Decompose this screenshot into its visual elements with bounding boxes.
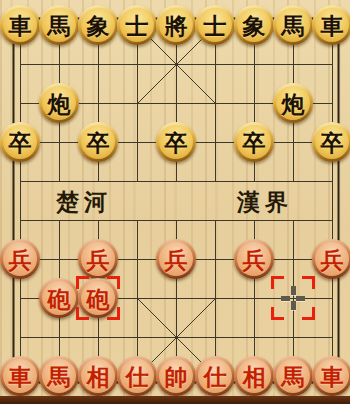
black-elephant-glyph: 象 — [81, 8, 115, 42]
black-advisor[interactable]: 士 — [195, 5, 235, 45]
red-chariot[interactable]: 車 — [0, 356, 40, 396]
black-elephant[interactable]: 象 — [78, 5, 118, 45]
red-elephant-glyph: 相 — [237, 359, 271, 393]
red-pawn-glyph: 兵 — [81, 242, 115, 276]
black-chariot-glyph: 車 — [315, 8, 349, 42]
black-cannon[interactable]: 炮 — [39, 83, 79, 123]
black-cannon-glyph: 炮 — [42, 86, 76, 120]
black-chariot-glyph: 車 — [3, 8, 37, 42]
river-label-chu-he: 楚河 — [56, 188, 112, 216]
red-horse[interactable]: 馬 — [273, 356, 313, 396]
window-bottom-bar — [0, 396, 350, 404]
black-pawn-glyph: 卒 — [159, 125, 193, 159]
black-pawn-glyph: 卒 — [237, 125, 271, 159]
red-pawn[interactable]: 兵 — [0, 239, 40, 279]
black-horse-glyph: 馬 — [276, 8, 310, 42]
red-elephant-glyph: 相 — [81, 359, 115, 393]
red-chariot[interactable]: 車 — [312, 356, 350, 396]
red-cannon-glyph: 砲 — [81, 281, 115, 315]
black-general-glyph: 將 — [159, 8, 193, 42]
red-pawn[interactable]: 兵 — [312, 239, 350, 279]
red-elephant[interactable]: 相 — [78, 356, 118, 396]
black-chariot[interactable]: 車 — [312, 5, 350, 45]
black-pawn[interactable]: 卒 — [312, 122, 350, 162]
red-advisor-glyph: 仕 — [120, 359, 154, 393]
black-pawn[interactable]: 卒 — [0, 122, 40, 162]
red-horse-glyph: 馬 — [276, 359, 310, 393]
red-pawn-glyph: 兵 — [237, 242, 271, 276]
black-horse-glyph: 馬 — [42, 8, 76, 42]
black-advisor[interactable]: 士 — [117, 5, 157, 45]
black-cannon-glyph: 炮 — [276, 86, 310, 120]
red-general[interactable]: 帥 — [156, 356, 196, 396]
red-cannon[interactable]: 砲 — [39, 278, 79, 318]
red-advisor[interactable]: 仕 — [195, 356, 235, 396]
red-chariot-glyph: 車 — [315, 359, 349, 393]
black-chariot[interactable]: 車 — [0, 5, 40, 45]
red-pawn-glyph: 兵 — [3, 242, 37, 276]
black-pawn[interactable]: 卒 — [156, 122, 196, 162]
red-elephant[interactable]: 相 — [234, 356, 274, 396]
red-chariot-glyph: 車 — [3, 359, 37, 393]
red-general-glyph: 帥 — [159, 359, 193, 393]
red-cannon[interactable]: 砲 — [78, 278, 118, 318]
black-pawn[interactable]: 卒 — [78, 122, 118, 162]
red-pawn[interactable]: 兵 — [78, 239, 118, 279]
black-pawn-glyph: 卒 — [81, 125, 115, 159]
red-advisor-glyph: 仕 — [198, 359, 232, 393]
black-pawn[interactable]: 卒 — [234, 122, 274, 162]
black-elephant-glyph: 象 — [237, 8, 271, 42]
xiangqi-app-window: 楚河 漢界 車馬象士將士象馬車炮炮卒卒卒卒卒兵兵兵兵兵砲砲車馬相仕帥仕相馬車 — [0, 0, 350, 404]
red-pawn[interactable]: 兵 — [156, 239, 196, 279]
board-grid — [0, 0, 350, 404]
red-pawn-glyph: 兵 — [159, 242, 193, 276]
red-advisor[interactable]: 仕 — [117, 356, 157, 396]
black-pawn-glyph: 卒 — [315, 125, 349, 159]
red-horse-glyph: 馬 — [42, 359, 76, 393]
black-horse[interactable]: 馬 — [273, 5, 313, 45]
crosshair-cursor-icon — [281, 286, 305, 310]
black-pawn-glyph: 卒 — [3, 125, 37, 159]
black-advisor-glyph: 士 — [120, 8, 154, 42]
red-cannon-glyph: 砲 — [42, 281, 76, 315]
red-pawn-glyph: 兵 — [315, 242, 349, 276]
black-elephant[interactable]: 象 — [234, 5, 274, 45]
black-general[interactable]: 將 — [156, 5, 196, 45]
red-pawn[interactable]: 兵 — [234, 239, 274, 279]
black-cannon[interactable]: 炮 — [273, 83, 313, 123]
black-advisor-glyph: 士 — [198, 8, 232, 42]
red-horse[interactable]: 馬 — [39, 356, 79, 396]
black-horse[interactable]: 馬 — [39, 5, 79, 45]
river-label-han-jie: 漢界 — [237, 188, 293, 216]
